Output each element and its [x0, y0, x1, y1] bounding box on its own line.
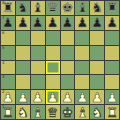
- square-h4[interactable]: [105, 61, 119, 75]
- piece-black-pawn[interactable]: ♟: [32, 16, 44, 29]
- square-d7[interactable]: ♟: [46, 16, 60, 30]
- piece-white-queen[interactable]: ♛: [47, 106, 59, 119]
- square-h2[interactable]: ♟: [105, 90, 119, 104]
- square-f6[interactable]: [75, 31, 89, 45]
- piece-white-pawn[interactable]: ♟: [47, 91, 59, 104]
- square-b2[interactable]: ♟: [16, 90, 30, 104]
- square-f2[interactable]: ♟: [75, 90, 89, 104]
- square-b3[interactable]: [16, 75, 30, 89]
- square-c7[interactable]: ♟: [31, 16, 45, 30]
- piece-white-king[interactable]: ♚: [62, 106, 74, 119]
- piece-white-rook[interactable]: ♜: [106, 106, 118, 119]
- rank-label-8: 8: [2, 1, 4, 5]
- square-b7[interactable]: ♟: [16, 16, 30, 30]
- piece-black-pawn[interactable]: ♟: [47, 16, 59, 29]
- piece-black-pawn[interactable]: ♟: [91, 16, 103, 29]
- square-g1[interactable]: ♞: [90, 105, 104, 119]
- rank-label-2: 2: [2, 90, 4, 94]
- piece-black-pawn[interactable]: ♟: [62, 16, 74, 29]
- square-h5[interactable]: [105, 46, 119, 60]
- square-e5[interactable]: [61, 46, 75, 60]
- square-g5[interactable]: [90, 46, 104, 60]
- square-g3[interactable]: [90, 75, 104, 89]
- square-h1[interactable]: ♜: [105, 105, 119, 119]
- piece-white-pawn[interactable]: ♟: [106, 91, 118, 104]
- square-e3[interactable]: [61, 75, 75, 89]
- square-b4[interactable]: [16, 61, 30, 75]
- rank-label-7: 7: [2, 16, 4, 20]
- square-c2[interactable]: ♟: [31, 90, 45, 104]
- piece-white-pawn[interactable]: ♟: [91, 91, 103, 104]
- square-a2[interactable]: 2♟: [1, 90, 15, 104]
- piece-white-bishop[interactable]: ♝: [76, 106, 88, 119]
- square-b8[interactable]: ♞: [16, 1, 30, 15]
- square-g6[interactable]: [90, 31, 104, 45]
- square-h8[interactable]: ♜: [105, 1, 119, 15]
- square-f4[interactable]: [75, 61, 89, 75]
- square-f7[interactable]: ♟: [75, 16, 89, 30]
- square-e6[interactable]: [61, 31, 75, 45]
- square-c3[interactable]: [31, 75, 45, 89]
- piece-black-queen[interactable]: ♛: [47, 1, 59, 14]
- piece-black-pawn[interactable]: ♟: [17, 16, 29, 29]
- piece-black-knight[interactable]: ♞: [91, 1, 103, 14]
- square-b6[interactable]: [16, 31, 30, 45]
- square-e7[interactable]: ♟: [61, 16, 75, 30]
- piece-white-knight[interactable]: ♞: [91, 106, 103, 119]
- square-c5[interactable]: [31, 46, 45, 60]
- square-a1[interactable]: 1♜: [1, 105, 15, 119]
- square-e8[interactable]: ♚: [61, 1, 75, 15]
- piece-white-pawn[interactable]: ♟: [32, 91, 44, 104]
- piece-white-bishop[interactable]: ♝: [32, 106, 44, 119]
- piece-white-knight[interactable]: ♞: [17, 106, 29, 119]
- rank-label-1: 1: [2, 105, 4, 109]
- square-e2[interactable]: ♟: [61, 90, 75, 104]
- square-a8[interactable]: 8♜: [1, 1, 15, 15]
- square-c1[interactable]: ♝: [31, 105, 45, 119]
- square-h7[interactable]: ♟: [105, 16, 119, 30]
- square-c6[interactable]: [31, 31, 45, 45]
- rank-label-3: 3: [2, 75, 4, 79]
- square-f3[interactable]: [75, 75, 89, 89]
- square-c8[interactable]: ♝: [31, 1, 45, 15]
- square-d5[interactable]: [46, 46, 60, 60]
- square-h3[interactable]: [105, 75, 119, 89]
- square-d3[interactable]: [46, 75, 60, 89]
- square-d6[interactable]: [46, 31, 60, 45]
- piece-black-pawn[interactable]: ♟: [76, 16, 88, 29]
- square-a4[interactable]: 4: [1, 61, 15, 75]
- square-b5[interactable]: [16, 46, 30, 60]
- piece-black-pawn[interactable]: ♟: [106, 16, 118, 29]
- piece-black-rook[interactable]: ♜: [106, 1, 118, 14]
- square-h6[interactable]: [105, 31, 119, 45]
- square-c4[interactable]: [31, 61, 45, 75]
- piece-white-pawn[interactable]: ♟: [62, 91, 74, 104]
- square-f1[interactable]: ♝: [75, 105, 89, 119]
- square-d2[interactable]: ♟: [46, 90, 60, 104]
- square-a6[interactable]: 6: [1, 31, 15, 45]
- square-g7[interactable]: ♟: [90, 16, 104, 30]
- square-d1[interactable]: ♛: [46, 105, 60, 119]
- piece-black-bishop[interactable]: ♝: [76, 1, 88, 14]
- square-e1[interactable]: ♚: [61, 105, 75, 119]
- rank-label-5: 5: [2, 46, 4, 50]
- square-a5[interactable]: 5: [1, 46, 15, 60]
- chess-board: 8♜♞♝♛♚♝♞♜7♟♟♟♟♟♟♟♟65432♟♟♟♟♟♟♟♟1♜♞♝♛♚♝♞♜: [0, 0, 120, 120]
- rank-label-6: 6: [2, 31, 4, 35]
- square-a3[interactable]: 3: [1, 75, 15, 89]
- piece-black-knight[interactable]: ♞: [17, 1, 29, 14]
- square-d4[interactable]: [46, 61, 60, 75]
- square-d8[interactable]: ♛: [46, 1, 60, 15]
- piece-black-bishop[interactable]: ♝: [32, 1, 44, 14]
- piece-white-pawn[interactable]: ♟: [17, 91, 29, 104]
- square-e4[interactable]: [61, 61, 75, 75]
- square-g2[interactable]: ♟: [90, 90, 104, 104]
- square-f5[interactable]: [75, 46, 89, 60]
- square-a7[interactable]: 7♟: [1, 16, 15, 30]
- square-f8[interactable]: ♝: [75, 1, 89, 15]
- square-g4[interactable]: [90, 61, 104, 75]
- piece-black-king[interactable]: ♚: [62, 1, 74, 14]
- square-g8[interactable]: ♞: [90, 1, 104, 15]
- square-b1[interactable]: ♞: [16, 105, 30, 119]
- rank-label-4: 4: [2, 61, 4, 65]
- piece-white-pawn[interactable]: ♟: [76, 91, 88, 104]
